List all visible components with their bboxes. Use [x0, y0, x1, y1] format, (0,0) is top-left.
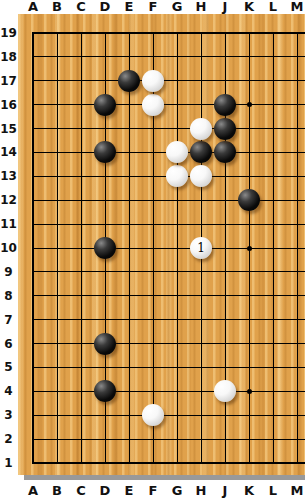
stone-black-D10[interactable] [94, 237, 116, 259]
column-label: E [119, 482, 139, 499]
column-label: J [215, 0, 235, 14]
stone-black-J16[interactable] [214, 94, 236, 116]
board-shadow [24, 475, 305, 480]
column-label: L [263, 0, 283, 14]
column-label: A [23, 0, 43, 14]
column-label: D [95, 0, 115, 14]
column-label: G [167, 482, 187, 499]
star-point [247, 389, 252, 394]
row-label: 3 [0, 406, 17, 424]
column-label: K [239, 0, 259, 14]
stone-white-F17[interactable] [142, 70, 164, 92]
row-label: 16 [0, 96, 17, 114]
stone-white-H10[interactable]: 1 [190, 237, 212, 259]
stone-black-J15[interactable] [214, 118, 236, 140]
column-label: B [47, 482, 67, 499]
row-label: 2 [0, 430, 17, 448]
stone-black-E17[interactable] [118, 70, 140, 92]
row-label: 9 [0, 263, 17, 281]
star-point [247, 246, 252, 251]
column-label: F [143, 482, 163, 499]
column-label: H [191, 0, 211, 14]
row-label: 17 [0, 72, 17, 90]
row-label: 4 [0, 382, 17, 400]
row-label: 19 [0, 24, 17, 42]
row-label: 13 [0, 167, 17, 185]
row-label: 12 [0, 191, 17, 209]
column-label: J [215, 482, 235, 499]
row-label: 10 [0, 239, 17, 257]
stone-white-F16[interactable] [142, 94, 164, 116]
star-point [247, 102, 252, 107]
column-label: F [143, 0, 163, 14]
column-label: B [47, 0, 67, 14]
stone-white-H15[interactable] [190, 118, 212, 140]
column-label: H [191, 482, 211, 499]
column-label: C [71, 482, 91, 499]
column-label: K [239, 482, 259, 499]
column-label: L [263, 482, 283, 499]
row-label: 11 [0, 215, 17, 233]
column-label: M [287, 0, 305, 14]
column-label: E [119, 0, 139, 14]
stone-black-D6[interactable] [94, 333, 116, 355]
column-label: C [71, 0, 91, 14]
row-label: 6 [0, 335, 17, 353]
move-number-label: 1 [190, 237, 212, 259]
row-label: 15 [0, 120, 17, 138]
stone-black-D16[interactable] [94, 94, 116, 116]
row-label: 8 [0, 287, 17, 305]
column-label: M [287, 482, 305, 499]
row-label: 14 [0, 143, 17, 161]
row-label: 18 [0, 48, 17, 66]
column-label: G [167, 0, 187, 14]
row-label: 1 [0, 454, 17, 472]
column-label: D [95, 482, 115, 499]
go-diagram: ABCDEFGHJKLM ABCDEFGHJKLM 19181716151413… [0, 0, 305, 500]
row-label: 5 [0, 358, 17, 376]
column-label: A [23, 482, 43, 499]
row-label: 7 [0, 311, 17, 329]
